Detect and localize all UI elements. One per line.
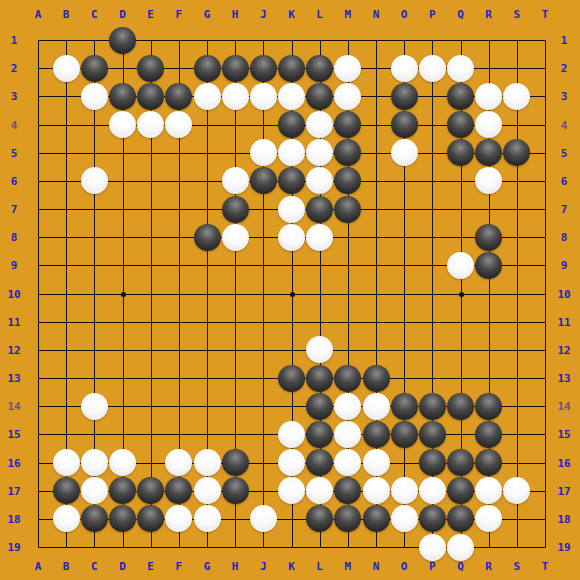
white-stone-Q9 bbox=[447, 252, 474, 279]
white-stone-K3 bbox=[278, 83, 305, 110]
row-label-6-right: 6 bbox=[561, 175, 568, 186]
row-label-9-left: 9 bbox=[11, 260, 18, 271]
row-label-10-right: 10 bbox=[557, 288, 570, 299]
go-board[interactable] bbox=[38, 40, 546, 548]
white-stone-K8 bbox=[278, 224, 305, 251]
black-stone-F3 bbox=[165, 83, 192, 110]
white-stone-C17 bbox=[81, 477, 108, 504]
black-stone-R15 bbox=[475, 421, 502, 448]
white-stone-G3 bbox=[194, 83, 221, 110]
white-stone-K7 bbox=[278, 196, 305, 223]
column-label-J-bottom: J bbox=[260, 561, 267, 572]
column-label-C-top: C bbox=[91, 9, 98, 20]
white-stone-J18 bbox=[250, 505, 277, 532]
column-label-N-top: N bbox=[373, 9, 380, 20]
row-label-17-right: 17 bbox=[557, 485, 570, 496]
row-label-8-left: 8 bbox=[11, 232, 18, 243]
column-label-J-top: J bbox=[260, 9, 267, 20]
white-stone-K17 bbox=[278, 477, 305, 504]
row-label-4-left: 4 bbox=[11, 119, 18, 130]
row-label-17-left: 17 bbox=[7, 485, 20, 496]
column-label-B-bottom: B bbox=[63, 561, 70, 572]
row-label-8-right: 8 bbox=[561, 232, 568, 243]
column-label-S-bottom: S bbox=[514, 561, 521, 572]
black-stone-G8 bbox=[194, 224, 221, 251]
white-stone-H3 bbox=[222, 83, 249, 110]
white-stone-H6 bbox=[222, 167, 249, 194]
column-label-T-top: T bbox=[542, 9, 549, 20]
row-label-12-right: 12 bbox=[557, 344, 570, 355]
white-stone-H8 bbox=[222, 224, 249, 251]
white-stone-C6 bbox=[81, 167, 108, 194]
row-label-6-left: 6 bbox=[11, 175, 18, 186]
white-stone-J5 bbox=[250, 139, 277, 166]
white-stone-S3 bbox=[503, 83, 530, 110]
black-stone-Q14 bbox=[447, 393, 474, 420]
row-label-19-left: 19 bbox=[7, 542, 20, 553]
row-label-12-left: 12 bbox=[7, 344, 20, 355]
row-label-16-right: 16 bbox=[557, 457, 570, 468]
black-stone-K4 bbox=[278, 111, 305, 138]
row-label-10-left: 10 bbox=[7, 288, 20, 299]
black-stone-C18 bbox=[81, 505, 108, 532]
column-label-F-top: F bbox=[176, 9, 183, 20]
black-stone-H17 bbox=[222, 477, 249, 504]
column-label-H-bottom: H bbox=[232, 561, 239, 572]
white-stone-K15 bbox=[278, 421, 305, 448]
column-label-L-top: L bbox=[316, 9, 323, 20]
white-stone-K16 bbox=[278, 449, 305, 476]
black-stone-Q4 bbox=[447, 111, 474, 138]
row-label-3-right: 3 bbox=[561, 91, 568, 102]
black-stone-P15 bbox=[419, 421, 446, 448]
white-stone-O17 bbox=[391, 477, 418, 504]
black-stone-O4 bbox=[391, 111, 418, 138]
white-stone-G17 bbox=[194, 477, 221, 504]
column-label-R-top: R bbox=[485, 9, 492, 20]
black-stone-N13 bbox=[363, 365, 390, 392]
row-label-1-left: 1 bbox=[11, 35, 18, 46]
column-label-O-bottom: O bbox=[401, 561, 408, 572]
column-label-M-top: M bbox=[345, 9, 352, 20]
black-stone-P16 bbox=[419, 449, 446, 476]
black-stone-M7 bbox=[334, 196, 361, 223]
black-stone-J2 bbox=[250, 55, 277, 82]
star-point bbox=[290, 292, 295, 297]
column-label-B-top: B bbox=[63, 9, 70, 20]
black-stone-K13 bbox=[278, 365, 305, 392]
black-stone-O15 bbox=[391, 421, 418, 448]
row-label-2-left: 2 bbox=[11, 63, 18, 74]
white-stone-C16 bbox=[81, 449, 108, 476]
black-stone-R8 bbox=[475, 224, 502, 251]
black-stone-B17 bbox=[53, 477, 80, 504]
black-stone-N18 bbox=[363, 505, 390, 532]
white-stone-P2 bbox=[419, 55, 446, 82]
white-stone-M15 bbox=[334, 421, 361, 448]
black-stone-L7 bbox=[306, 196, 333, 223]
black-stone-D17 bbox=[109, 477, 136, 504]
row-label-16-left: 16 bbox=[7, 457, 20, 468]
white-stone-B18 bbox=[53, 505, 80, 532]
row-label-5-left: 5 bbox=[11, 147, 18, 158]
black-stone-Q3 bbox=[447, 83, 474, 110]
row-label-18-right: 18 bbox=[557, 513, 570, 524]
white-stone-M14 bbox=[334, 393, 361, 420]
black-stone-O14 bbox=[391, 393, 418, 420]
column-label-K-top: K bbox=[288, 9, 295, 20]
black-stone-E3 bbox=[137, 83, 164, 110]
star-point bbox=[121, 292, 126, 297]
go-board-app: ABCDEFGHJKLMNOPQRST ABCDEFGHJKLMNOPQRST … bbox=[0, 0, 580, 580]
black-stone-J6 bbox=[250, 167, 277, 194]
black-stone-H7 bbox=[222, 196, 249, 223]
column-label-A-bottom: A bbox=[35, 561, 42, 572]
white-stone-Q2 bbox=[447, 55, 474, 82]
row-label-9-right: 9 bbox=[561, 260, 568, 271]
white-stone-R4 bbox=[475, 111, 502, 138]
black-stone-K2 bbox=[278, 55, 305, 82]
column-label-G-top: G bbox=[204, 9, 211, 20]
black-stone-L2 bbox=[306, 55, 333, 82]
column-label-D-bottom: D bbox=[119, 561, 126, 572]
black-stone-Q17 bbox=[447, 477, 474, 504]
black-stone-L13 bbox=[306, 365, 333, 392]
row-label-14-left: 14 bbox=[7, 401, 20, 412]
black-stone-R16 bbox=[475, 449, 502, 476]
row-label-1-right: 1 bbox=[561, 35, 568, 46]
black-stone-M13 bbox=[334, 365, 361, 392]
black-stone-R9 bbox=[475, 252, 502, 279]
white-stone-B2 bbox=[53, 55, 80, 82]
column-label-T-bottom: T bbox=[542, 561, 549, 572]
column-label-Q-top: Q bbox=[457, 9, 464, 20]
column-label-R-bottom: R bbox=[485, 561, 492, 572]
row-label-19-right: 19 bbox=[557, 542, 570, 553]
column-label-O-top: O bbox=[401, 9, 408, 20]
row-label-15-right: 15 bbox=[557, 429, 570, 440]
white-stone-N17 bbox=[363, 477, 390, 504]
row-label-7-right: 7 bbox=[561, 204, 568, 215]
white-stone-D4 bbox=[109, 111, 136, 138]
white-stone-L8 bbox=[306, 224, 333, 251]
column-label-M-bottom: M bbox=[345, 561, 352, 572]
column-label-A-top: A bbox=[35, 9, 42, 20]
black-stone-P18 bbox=[419, 505, 446, 532]
column-label-P-top: P bbox=[429, 9, 436, 20]
column-label-H-top: H bbox=[232, 9, 239, 20]
white-stone-R3 bbox=[475, 83, 502, 110]
black-stone-L15 bbox=[306, 421, 333, 448]
white-stone-B16 bbox=[53, 449, 80, 476]
white-stone-C3 bbox=[81, 83, 108, 110]
white-stone-O2 bbox=[391, 55, 418, 82]
white-stone-P17 bbox=[419, 477, 446, 504]
black-stone-Q5 bbox=[447, 139, 474, 166]
row-label-18-left: 18 bbox=[7, 513, 20, 524]
black-stone-G2 bbox=[194, 55, 221, 82]
column-label-F-bottom: F bbox=[176, 561, 183, 572]
row-label-7-left: 7 bbox=[11, 204, 18, 215]
column-label-P-bottom: P bbox=[429, 561, 436, 572]
row-label-3-left: 3 bbox=[11, 91, 18, 102]
black-stone-H2 bbox=[222, 55, 249, 82]
white-stone-P19 bbox=[419, 534, 446, 561]
column-label-E-bottom: E bbox=[147, 561, 154, 572]
row-label-13-right: 13 bbox=[557, 373, 570, 384]
black-stone-L16 bbox=[306, 449, 333, 476]
black-stone-P14 bbox=[419, 393, 446, 420]
row-label-5-right: 5 bbox=[561, 147, 568, 158]
white-stone-E4 bbox=[137, 111, 164, 138]
white-stone-M3 bbox=[334, 83, 361, 110]
black-stone-H16 bbox=[222, 449, 249, 476]
white-stone-G18 bbox=[194, 505, 221, 532]
column-label-Q-bottom: Q bbox=[457, 561, 464, 572]
row-label-4-right: 4 bbox=[561, 119, 568, 130]
row-label-2-right: 2 bbox=[561, 63, 568, 74]
black-stone-E2 bbox=[137, 55, 164, 82]
white-stone-N16 bbox=[363, 449, 390, 476]
white-stone-N14 bbox=[363, 393, 390, 420]
row-label-13-left: 13 bbox=[7, 373, 20, 384]
column-label-C-bottom: C bbox=[91, 561, 98, 572]
row-label-14-right: 14 bbox=[557, 401, 570, 412]
row-label-11-right: 11 bbox=[557, 316, 570, 327]
white-stone-Q19 bbox=[447, 534, 474, 561]
white-stone-G16 bbox=[194, 449, 221, 476]
white-stone-J3 bbox=[250, 83, 277, 110]
black-stone-O3 bbox=[391, 83, 418, 110]
black-stone-L3 bbox=[306, 83, 333, 110]
column-label-N-bottom: N bbox=[373, 561, 380, 572]
white-stone-M2 bbox=[334, 55, 361, 82]
white-stone-D16 bbox=[109, 449, 136, 476]
black-stone-D1 bbox=[109, 27, 136, 54]
column-label-E-top: E bbox=[147, 9, 154, 20]
black-stone-D3 bbox=[109, 83, 136, 110]
black-stone-L14 bbox=[306, 393, 333, 420]
star-point bbox=[459, 292, 464, 297]
black-stone-R14 bbox=[475, 393, 502, 420]
column-label-L-bottom: L bbox=[316, 561, 323, 572]
black-stone-C2 bbox=[81, 55, 108, 82]
column-label-G-bottom: G bbox=[204, 561, 211, 572]
black-stone-Q16 bbox=[447, 449, 474, 476]
white-stone-K5 bbox=[278, 139, 305, 166]
white-stone-O5 bbox=[391, 139, 418, 166]
column-label-K-bottom: K bbox=[288, 561, 295, 572]
column-label-S-top: S bbox=[514, 9, 521, 20]
white-stone-O18 bbox=[391, 505, 418, 532]
column-label-D-top: D bbox=[119, 9, 126, 20]
black-stone-N15 bbox=[363, 421, 390, 448]
white-stone-L4 bbox=[306, 111, 333, 138]
row-label-15-left: 15 bbox=[7, 429, 20, 440]
white-stone-C14 bbox=[81, 393, 108, 420]
row-label-11-left: 11 bbox=[7, 316, 20, 327]
